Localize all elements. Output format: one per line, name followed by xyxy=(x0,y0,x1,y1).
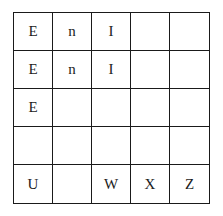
cell-r3c4[interactable] xyxy=(131,89,170,127)
cell-r4c1[interactable] xyxy=(14,127,53,165)
letter-grid: E n I E n I E U W X Z xyxy=(13,12,210,204)
cell-r2c2[interactable]: n xyxy=(53,51,92,89)
cell-r2c5[interactable] xyxy=(170,51,209,89)
cell-r2c3[interactable]: I xyxy=(92,51,131,89)
cell-r3c2[interactable] xyxy=(53,89,92,127)
cell-r4c4[interactable] xyxy=(131,127,170,165)
cell-r3c5[interactable] xyxy=(170,89,209,127)
cell-r5c4[interactable]: X xyxy=(131,165,170,203)
cell-r4c3[interactable] xyxy=(92,127,131,165)
cell-r3c1[interactable]: E xyxy=(14,89,53,127)
cell-r2c4[interactable] xyxy=(131,51,170,89)
cell-r1c1[interactable]: E xyxy=(14,13,53,51)
cell-r1c2[interactable]: n xyxy=(53,13,92,51)
cell-r5c3[interactable]: W xyxy=(92,165,131,203)
cell-r5c2[interactable] xyxy=(53,165,92,203)
cell-r1c5[interactable] xyxy=(170,13,209,51)
cell-r5c1[interactable]: U xyxy=(14,165,53,203)
puzzle-page: E n I E n I E U W X Z xyxy=(0,0,223,216)
cell-r3c3[interactable] xyxy=(92,89,131,127)
cell-r4c2[interactable] xyxy=(53,127,92,165)
cell-r2c1[interactable]: E xyxy=(14,51,53,89)
cell-r1c3[interactable]: I xyxy=(92,13,131,51)
cell-r4c5[interactable] xyxy=(170,127,209,165)
cell-r1c4[interactable] xyxy=(131,13,170,51)
cell-r5c5[interactable]: Z xyxy=(170,165,209,203)
